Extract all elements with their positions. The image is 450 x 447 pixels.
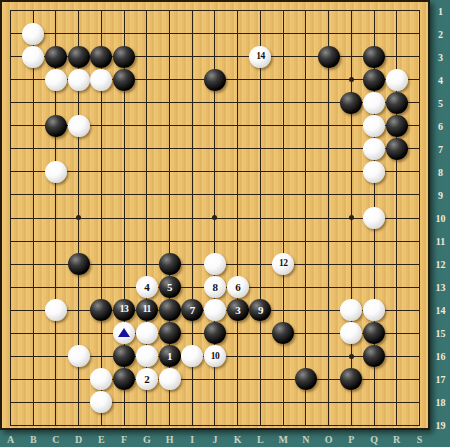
stone-black-P17[interactable] (340, 368, 362, 390)
grid-line-horizontal (10, 425, 420, 426)
stone-black-F3[interactable] (113, 46, 135, 68)
col-label-G: G (143, 433, 151, 444)
row-label-1: 1 (438, 5, 443, 16)
stone-white-Q10[interactable] (363, 207, 385, 229)
move-number-label: 2 (144, 374, 149, 385)
star-point-P16 (349, 354, 354, 359)
stone-black-J4[interactable] (204, 69, 226, 91)
stone-white-J16[interactable]: 10 (204, 345, 226, 367)
row-label-18: 18 (436, 397, 446, 408)
col-label-R: R (393, 433, 400, 444)
stone-black-G14[interactable]: 11 (136, 299, 158, 321)
stone-white-D4[interactable] (68, 69, 90, 91)
stone-black-H15[interactable] (159, 322, 181, 344)
stone-black-H16[interactable]: 1 (159, 345, 181, 367)
stone-white-L3[interactable]: 14 (249, 46, 271, 68)
stone-white-K13[interactable]: 6 (227, 276, 249, 298)
row-label-16: 16 (436, 351, 446, 362)
stone-black-Q15[interactable] (363, 322, 385, 344)
col-label-O: O (325, 433, 333, 444)
grid-line-vertical (283, 10, 284, 426)
col-label-L: L (257, 433, 264, 444)
stone-black-E14[interactable] (90, 299, 112, 321)
stone-white-E18[interactable] (90, 391, 112, 413)
row-label-6: 6 (438, 120, 443, 131)
row-label-9: 9 (438, 189, 443, 200)
grid-line-vertical (419, 10, 420, 426)
row-label-15: 15 (436, 328, 446, 339)
stone-white-B2[interactable] (22, 23, 44, 45)
col-label-F: F (121, 433, 127, 444)
stone-white-D16[interactable] (68, 345, 90, 367)
move-number-label: 7 (190, 305, 195, 316)
grid-line-horizontal (10, 402, 420, 403)
stone-black-F14[interactable]: 13 (113, 299, 135, 321)
row-label-7: 7 (438, 143, 443, 154)
grid-line-vertical (305, 10, 306, 426)
stone-white-E17[interactable] (90, 368, 112, 390)
stone-white-G15[interactable] (136, 322, 158, 344)
row-label-12: 12 (436, 259, 446, 270)
stone-white-Q6[interactable] (363, 115, 385, 137)
col-label-P: P (348, 433, 354, 444)
stone-black-F16[interactable] (113, 345, 135, 367)
goban[interactable]: 1412458613117391102 (0, 0, 430, 430)
stone-black-I14[interactable]: 7 (181, 299, 203, 321)
row-label-17: 17 (436, 374, 446, 385)
row-label-8: 8 (438, 166, 443, 177)
move-number-label: 8 (212, 282, 217, 293)
col-label-M: M (278, 433, 287, 444)
stone-black-R6[interactable] (386, 115, 408, 137)
grid-line-vertical (237, 10, 238, 426)
col-label-Q: Q (370, 433, 378, 444)
stone-black-D3[interactable] (68, 46, 90, 68)
stone-white-E4[interactable] (90, 69, 112, 91)
stone-black-Q4[interactable] (363, 69, 385, 91)
row-label-14: 14 (436, 305, 446, 316)
stone-white-G16[interactable] (136, 345, 158, 367)
stone-white-M12[interactable]: 12 (272, 253, 294, 275)
stone-white-R4[interactable] (386, 69, 408, 91)
row-label-2: 2 (438, 28, 443, 39)
move-number-label: 4 (144, 282, 149, 293)
col-label-H: H (166, 433, 174, 444)
stone-black-O3[interactable] (318, 46, 340, 68)
col-label-B: B (30, 433, 37, 444)
stone-black-D12[interactable] (68, 253, 90, 275)
move-number-label: 1 (167, 351, 172, 362)
col-label-K: K (234, 433, 242, 444)
stone-white-C14[interactable] (45, 299, 67, 321)
row-label-10: 10 (436, 212, 446, 223)
row-label-13: 13 (436, 282, 446, 293)
star-point-D10 (76, 215, 81, 220)
stone-white-P14[interactable] (340, 299, 362, 321)
col-label-N: N (302, 433, 309, 444)
stone-black-N17[interactable] (295, 368, 317, 390)
stone-black-P5[interactable] (340, 92, 362, 114)
grid-line-horizontal (10, 241, 420, 242)
stone-black-H12[interactable] (159, 253, 181, 275)
col-label-C: C (52, 433, 59, 444)
col-label-A: A (7, 433, 14, 444)
move-number-label: 11 (143, 305, 151, 315)
stone-white-P15[interactable] (340, 322, 362, 344)
stone-white-D6[interactable] (68, 115, 90, 137)
stone-black-Q3[interactable] (363, 46, 385, 68)
stone-white-I16[interactable] (181, 345, 203, 367)
stone-black-C6[interactable] (45, 115, 67, 137)
stone-white-B3[interactable] (22, 46, 44, 68)
move-number-label: 12 (279, 259, 288, 269)
row-label-11: 11 (436, 236, 445, 247)
col-label-S: S (417, 433, 423, 444)
move-number-label: 5 (167, 282, 172, 293)
stone-white-J13[interactable]: 8 (204, 276, 226, 298)
move-number-label: 13 (120, 305, 129, 315)
stone-white-C8[interactable] (45, 161, 67, 183)
move-number-label: 9 (258, 305, 263, 316)
move-number-label: 6 (235, 282, 240, 293)
triangle-marker-icon (118, 328, 130, 337)
stone-white-C4[interactable] (45, 69, 67, 91)
stone-black-F4[interactable] (113, 69, 135, 91)
stone-white-F15[interactable] (113, 322, 135, 344)
stone-black-J15[interactable] (204, 322, 226, 344)
row-label-3: 3 (438, 51, 443, 62)
go-diagram: 1412458613117391102 ABCDEFGHIJKLMNOPQRS … (0, 0, 450, 447)
stone-black-F17[interactable] (113, 368, 135, 390)
stone-white-Q7[interactable] (363, 138, 385, 160)
stone-black-M15[interactable] (272, 322, 294, 344)
move-number-label: 3 (235, 305, 240, 316)
stone-white-G17[interactable]: 2 (136, 368, 158, 390)
star-point-P10 (349, 215, 354, 220)
col-label-J: J (212, 433, 217, 444)
stone-black-Q16[interactable] (363, 345, 385, 367)
move-number-label: 14 (256, 52, 265, 62)
stone-black-H13[interactable]: 5 (159, 276, 181, 298)
row-label-5: 5 (438, 97, 443, 108)
move-number-label: 10 (211, 352, 220, 362)
stone-white-G13[interactable]: 4 (136, 276, 158, 298)
stone-black-E3[interactable] (90, 46, 112, 68)
stone-white-J12[interactable] (204, 253, 226, 275)
stone-white-J14[interactable] (204, 299, 226, 321)
stone-white-H17[interactable] (159, 368, 181, 390)
row-label-4: 4 (438, 74, 443, 85)
stone-black-R5[interactable] (386, 92, 408, 114)
stone-white-Q14[interactable] (363, 299, 385, 321)
stone-black-C3[interactable] (45, 46, 67, 68)
col-label-D: D (75, 433, 82, 444)
star-point-P4 (349, 77, 354, 82)
grid-line-vertical (328, 10, 329, 426)
row-label-19: 19 (436, 420, 446, 431)
stone-black-K14[interactable]: 3 (227, 299, 249, 321)
stone-black-H14[interactable] (159, 299, 181, 321)
col-label-I: I (190, 433, 194, 444)
stone-white-Q5[interactable] (363, 92, 385, 114)
stone-white-Q8[interactable] (363, 161, 385, 183)
stone-black-L14[interactable]: 9 (249, 299, 271, 321)
grid-line-vertical (260, 10, 261, 426)
col-label-E: E (98, 433, 105, 444)
star-point-J10 (212, 215, 217, 220)
stone-black-R7[interactable] (386, 138, 408, 160)
